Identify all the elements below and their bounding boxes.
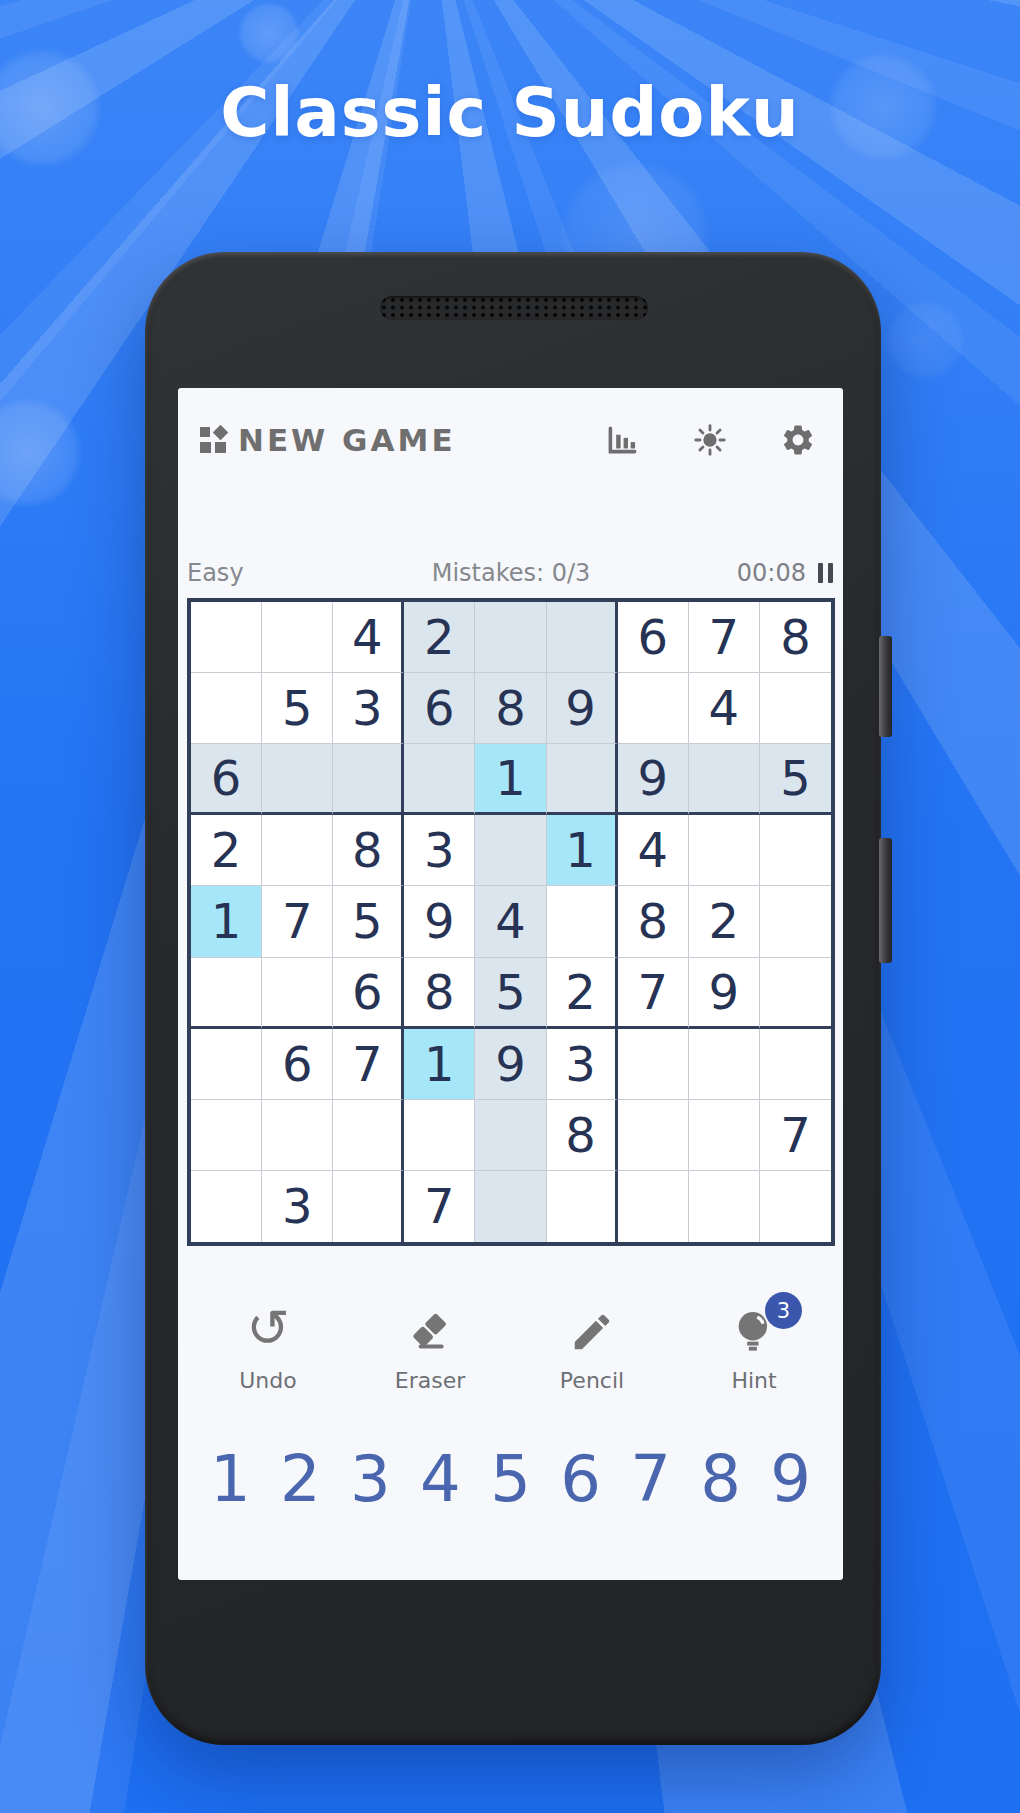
cell-r1c7[interactable]: 6 (618, 602, 689, 673)
cell-r4c3[interactable]: 8 (333, 815, 404, 886)
cell-r3c2[interactable] (262, 744, 333, 815)
cell-r9c2[interactable]: 3 (262, 1171, 333, 1242)
cell-r2c4[interactable]: 6 (404, 673, 475, 744)
cell-r8c2[interactable] (262, 1100, 333, 1171)
cell-r6c3[interactable]: 6 (333, 958, 404, 1029)
cell-r7c1[interactable] (191, 1029, 262, 1100)
numpad-8[interactable]: 8 (700, 1440, 741, 1518)
undo-button[interactable]: ↺ Undo (187, 1300, 349, 1420)
cell-r3c5[interactable]: 1 (475, 744, 546, 815)
brightness-icon[interactable] (691, 421, 729, 459)
numpad-9[interactable]: 9 (770, 1440, 811, 1518)
cell-r9c9[interactable] (760, 1171, 831, 1242)
page-title: Classic Sudoku (0, 74, 1020, 152)
phone-volume-button (879, 838, 892, 963)
eraser-button[interactable]: Eraser (349, 1300, 511, 1420)
cell-r5c5[interactable]: 4 (475, 886, 546, 957)
cell-r4c9[interactable] (760, 815, 831, 886)
cell-r5c9[interactable] (760, 886, 831, 957)
cell-r3c9[interactable]: 5 (760, 744, 831, 815)
cell-r2c3[interactable]: 3 (333, 673, 404, 744)
cell-r6c2[interactable] (262, 958, 333, 1029)
cell-r8c6[interactable]: 8 (547, 1100, 618, 1171)
cell-r4c6[interactable]: 1 (547, 815, 618, 886)
cell-r5c7[interactable]: 8 (618, 886, 689, 957)
cell-r8c3[interactable] (333, 1100, 404, 1171)
cell-r2c8[interactable]: 4 (689, 673, 760, 744)
cell-r5c6[interactable] (547, 886, 618, 957)
bokeh-circle (238, 2, 300, 64)
cell-r9c4[interactable]: 7 (404, 1171, 475, 1242)
cell-r1c8[interactable]: 7 (689, 602, 760, 673)
cell-r6c1[interactable] (191, 958, 262, 1029)
cell-r4c4[interactable]: 3 (404, 815, 475, 886)
hint-icon: 3 (728, 1306, 780, 1358)
cell-r4c8[interactable] (689, 815, 760, 886)
cell-r4c7[interactable]: 4 (618, 815, 689, 886)
cell-r6c4[interactable]: 8 (404, 958, 475, 1029)
cell-r2c2[interactable]: 5 (262, 673, 333, 744)
phone-power-button (879, 636, 892, 737)
cell-r4c1[interactable]: 2 (191, 815, 262, 886)
cell-r6c6[interactable]: 2 (547, 958, 618, 1029)
cell-r8c8[interactable] (689, 1100, 760, 1171)
hint-button[interactable]: 3 Hint (673, 1300, 835, 1420)
cell-r3c6[interactable] (547, 744, 618, 815)
cell-r1c9[interactable]: 8 (760, 602, 831, 673)
new-game-button[interactable]: NEW GAME (200, 422, 456, 458)
cell-r5c2[interactable]: 7 (262, 886, 333, 957)
cell-r8c4[interactable] (404, 1100, 475, 1171)
cell-r9c3[interactable] (333, 1171, 404, 1242)
cell-r2c1[interactable] (191, 673, 262, 744)
cell-r1c3[interactable]: 4 (333, 602, 404, 673)
cell-r3c3[interactable] (333, 744, 404, 815)
numpad-5[interactable]: 5 (490, 1440, 531, 1518)
phone-mockup: NEW GAME (145, 252, 881, 1745)
app-screen: NEW GAME (178, 388, 843, 1580)
numpad-2[interactable]: 2 (280, 1440, 321, 1518)
cell-r2c7[interactable] (618, 673, 689, 744)
cell-r6c9[interactable] (760, 958, 831, 1029)
cell-r5c3[interactable]: 5 (333, 886, 404, 957)
sudoku-grid: 4267853689461952831417594826852796719387… (187, 598, 835, 1246)
new-game-icon (200, 427, 226, 453)
cell-r8c1[interactable] (191, 1100, 262, 1171)
phone-speaker (380, 296, 648, 320)
cell-r1c4[interactable]: 2 (404, 602, 475, 673)
cell-r3c1[interactable]: 6 (191, 744, 262, 815)
cell-r3c8[interactable] (689, 744, 760, 815)
mistakes-label: Mistakes: 0/3 (357, 559, 665, 587)
app-header: NEW GAME (178, 388, 843, 478)
toolbar: ↺ Undo Eraser (187, 1300, 835, 1420)
cell-r3c7[interactable]: 9 (618, 744, 689, 815)
bokeh-circle (885, 300, 965, 380)
pencil-icon (566, 1306, 618, 1358)
numpad-1[interactable]: 1 (210, 1440, 251, 1518)
cell-r1c2[interactable] (262, 602, 333, 673)
cell-r7c5[interactable]: 9 (475, 1029, 546, 1100)
cell-r1c1[interactable] (191, 602, 262, 673)
numpad-7[interactable]: 7 (630, 1440, 671, 1518)
cell-r6c8[interactable]: 9 (689, 958, 760, 1029)
cell-r7c6[interactable]: 3 (547, 1029, 618, 1100)
cell-r9c7[interactable] (618, 1171, 689, 1242)
settings-icon[interactable] (779, 421, 817, 459)
cell-r7c3[interactable]: 7 (333, 1029, 404, 1100)
cell-r1c5[interactable] (475, 602, 546, 673)
cell-r9c5[interactable] (475, 1171, 546, 1242)
cell-r7c2[interactable]: 6 (262, 1029, 333, 1100)
timer-label: 00:08 (737, 559, 806, 587)
numpad-6[interactable]: 6 (560, 1440, 601, 1518)
undo-icon: ↺ (246, 1304, 290, 1352)
cell-r6c5[interactable]: 5 (475, 958, 546, 1029)
new-game-label: NEW GAME (238, 422, 456, 458)
cell-r6c7[interactable]: 7 (618, 958, 689, 1029)
cell-r9c6[interactable] (547, 1171, 618, 1242)
numpad-4[interactable]: 4 (420, 1440, 461, 1518)
cell-r1c6[interactable] (547, 602, 618, 673)
cell-r2c5[interactable]: 8 (475, 673, 546, 744)
cell-r8c5[interactable] (475, 1100, 546, 1171)
cell-r2c9[interactable] (760, 673, 831, 744)
statistics-icon[interactable] (603, 421, 641, 459)
cell-r7c7[interactable] (618, 1029, 689, 1100)
cell-r4c2[interactable] (262, 815, 333, 886)
cell-r7c8[interactable] (689, 1029, 760, 1100)
cell-r4c5[interactable] (475, 815, 546, 886)
number-pad: 123456789 (178, 1440, 843, 1518)
cell-r7c4[interactable]: 1 (404, 1029, 475, 1100)
cell-r8c9[interactable]: 7 (760, 1100, 831, 1171)
cell-r2c6[interactable]: 9 (547, 673, 618, 744)
cell-r5c1[interactable]: 1 (191, 886, 262, 957)
hint-count-badge: 3 (765, 1292, 802, 1329)
cell-r9c1[interactable] (191, 1171, 262, 1242)
eraser-icon (404, 1306, 456, 1358)
difficulty-label: Easy (187, 559, 357, 587)
pause-button[interactable] (816, 561, 835, 585)
cell-r5c4[interactable]: 9 (404, 886, 475, 957)
cell-r8c7[interactable] (618, 1100, 689, 1171)
cell-r7c9[interactable] (760, 1029, 831, 1100)
status-bar: Easy Mistakes: 0/3 00:08 (187, 556, 835, 590)
cell-r5c8[interactable]: 2 (689, 886, 760, 957)
cell-r9c8[interactable] (689, 1171, 760, 1242)
cell-r3c4[interactable] (404, 744, 475, 815)
numpad-3[interactable]: 3 (350, 1440, 391, 1518)
pencil-button[interactable]: Pencil (511, 1300, 673, 1420)
